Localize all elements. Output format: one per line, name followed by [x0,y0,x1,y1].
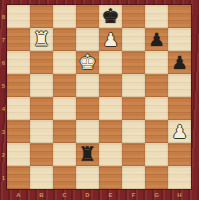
square-a1[interactable] [7,166,30,189]
square-g6[interactable] [145,51,168,74]
square-b3[interactable] [30,120,53,143]
rank-label-2: 2 [0,143,7,166]
square-b5[interactable] [30,74,53,97]
square-h7[interactable] [168,28,191,51]
square-f3[interactable] [122,120,145,143]
square-a2[interactable] [7,143,30,166]
square-e2[interactable] [99,143,122,166]
square-c4[interactable] [53,97,76,120]
square-g3[interactable] [145,120,168,143]
square-h8[interactable] [168,5,191,28]
file-label-h: H [168,189,191,200]
square-g7[interactable]: ♟ [145,28,168,51]
rank-label-1: 1 [0,166,7,189]
square-e1[interactable] [99,166,122,189]
square-b6[interactable] [30,51,53,74]
file-label-f: F [122,189,145,200]
square-c3[interactable] [53,120,76,143]
piece-black-rook: ♜ [79,144,97,164]
square-h2[interactable] [168,143,191,166]
square-c5[interactable] [53,74,76,97]
rank-label-7: 7 [0,28,7,51]
square-b8[interactable] [30,5,53,28]
rank-label-3: 3 [0,120,7,143]
file-label-a: A [7,189,30,200]
board-grid: ♚♜♟♟♚♟♟♜ [7,5,191,189]
square-a7[interactable] [7,28,30,51]
file-label-d: D [76,189,99,200]
file-label-b: B [30,189,53,200]
square-g1[interactable] [145,166,168,189]
square-d5[interactable] [76,74,99,97]
square-d3[interactable] [76,120,99,143]
rank-label-8: 8 [0,5,7,28]
square-e5[interactable] [99,74,122,97]
square-h4[interactable] [168,97,191,120]
piece-black-king: ♚ [102,6,120,26]
file-label-e: E [99,189,122,200]
square-a3[interactable] [7,120,30,143]
chess-board-window: ♚♜♟♟♚♟♟♜ 87654321ABCDEFGH [0,0,199,200]
square-f4[interactable] [122,97,145,120]
square-a5[interactable] [7,74,30,97]
square-e4[interactable] [99,97,122,120]
piece-white-king: ♚ [79,52,97,72]
square-a4[interactable] [7,97,30,120]
square-c7[interactable] [53,28,76,51]
square-f7[interactable] [122,28,145,51]
square-b1[interactable] [30,166,53,189]
square-c6[interactable] [53,51,76,74]
rank-label-4: 4 [0,97,7,120]
square-b4[interactable] [30,97,53,120]
square-h1[interactable] [168,166,191,189]
piece-white-pawn: ♟ [102,31,118,49]
square-e6[interactable] [99,51,122,74]
square-e7[interactable]: ♟ [99,28,122,51]
square-c2[interactable] [53,143,76,166]
square-b2[interactable] [30,143,53,166]
file-label-g: G [145,189,168,200]
square-f6[interactable] [122,51,145,74]
square-h6[interactable]: ♟ [168,51,191,74]
square-d8[interactable] [76,5,99,28]
square-d6[interactable]: ♚ [76,51,99,74]
square-d7[interactable] [76,28,99,51]
square-c1[interactable] [53,166,76,189]
square-b7[interactable]: ♜ [30,28,53,51]
file-label-c: C [53,189,76,200]
piece-black-pawn: ♟ [148,31,164,49]
square-f2[interactable] [122,143,145,166]
square-a8[interactable] [7,5,30,28]
rank-label-5: 5 [0,74,7,97]
square-g2[interactable] [145,143,168,166]
square-h5[interactable] [168,74,191,97]
square-e8[interactable]: ♚ [99,5,122,28]
square-h3[interactable]: ♟ [168,120,191,143]
square-g4[interactable] [145,97,168,120]
square-f1[interactable] [122,166,145,189]
square-c8[interactable] [53,5,76,28]
square-f5[interactable] [122,74,145,97]
rank-label-6: 6 [0,51,7,74]
square-d4[interactable] [76,97,99,120]
piece-white-pawn: ♟ [171,123,187,141]
square-g8[interactable] [145,5,168,28]
square-d2[interactable]: ♜ [76,143,99,166]
square-e3[interactable] [99,120,122,143]
square-d1[interactable] [76,166,99,189]
piece-white-rook: ♜ [33,29,51,49]
square-g5[interactable] [145,74,168,97]
square-a6[interactable] [7,51,30,74]
piece-black-pawn: ♟ [171,54,187,72]
square-f8[interactable] [122,5,145,28]
